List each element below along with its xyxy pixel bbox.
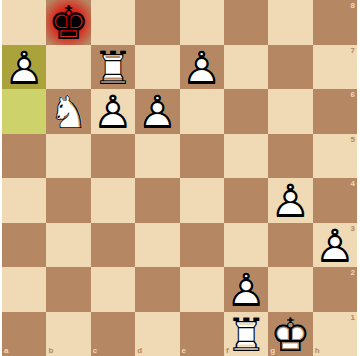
square-f7[interactable] [224, 45, 268, 90]
white-rook-outline: ♖ [91, 46, 135, 91]
square-e8[interactable] [180, 0, 224, 45]
square-g2[interactable] [268, 267, 312, 312]
coord-file-a: a [4, 346, 8, 355]
square-h6[interactable]: 6 [313, 89, 357, 134]
square-d5[interactable] [135, 134, 179, 179]
square-g8[interactable] [268, 0, 312, 45]
square-f4[interactable] [224, 178, 268, 223]
white-pawn-outline: ♙ [268, 179, 312, 224]
square-f2[interactable]: ♟♙ [224, 267, 268, 312]
square-c4[interactable] [91, 178, 135, 223]
white-rook-outline: ♖ [224, 313, 268, 356]
coord-file-h: h [315, 346, 320, 355]
square-c7[interactable]: ♜♖ [91, 45, 135, 90]
white-pawn-outline: ♙ [135, 90, 179, 135]
square-c8[interactable] [91, 0, 135, 45]
coord-file-g: g [270, 346, 275, 355]
square-f3[interactable] [224, 223, 268, 268]
white-pawn[interactable]: ♟♙ [91, 89, 135, 134]
square-a3[interactable] [2, 223, 46, 268]
square-f5[interactable] [224, 134, 268, 179]
square-d6[interactable]: ♟♙ [135, 89, 179, 134]
square-b1[interactable]: b [46, 312, 90, 356]
square-h4[interactable]: 4 [313, 178, 357, 223]
square-c2[interactable] [91, 267, 135, 312]
square-g1[interactable]: ♚♔g [268, 312, 312, 356]
white-pawn-outline: ♙ [2, 46, 46, 91]
square-g4[interactable]: ♟♙ [268, 178, 312, 223]
coord-rank-3: 3 [351, 224, 355, 233]
square-h1[interactable]: 1h [313, 312, 357, 356]
coord-rank-8: 8 [351, 1, 355, 10]
page: ♚8♟♙♜♖♟♙7♞♘♟♙♟♙65♟♙4♟♙3♟♙2abcde♜♖f♚♔g1h [0, 0, 360, 356]
square-f6[interactable] [224, 89, 268, 134]
square-d8[interactable] [135, 0, 179, 45]
square-e3[interactable] [180, 223, 224, 268]
square-a2[interactable] [2, 267, 46, 312]
square-a8[interactable] [2, 0, 46, 45]
square-b5[interactable] [46, 134, 90, 179]
white-knight-outline: ♘ [46, 90, 90, 135]
square-g5[interactable] [268, 134, 312, 179]
white-pawn[interactable]: ♟♙ [180, 45, 224, 90]
coord-rank-5: 5 [351, 135, 355, 144]
square-h7[interactable]: 7 [313, 45, 357, 90]
coord-file-b: b [48, 346, 53, 355]
square-d4[interactable] [135, 178, 179, 223]
square-a4[interactable] [2, 178, 46, 223]
white-pawn-outline: ♙ [91, 90, 135, 135]
square-h3[interactable]: ♟♙3 [313, 223, 357, 268]
coord-rank-2: 2 [351, 268, 355, 277]
square-g7[interactable] [268, 45, 312, 90]
square-b4[interactable] [46, 178, 90, 223]
coord-file-d: d [137, 346, 142, 355]
coord-file-f: f [226, 346, 229, 355]
square-c1[interactable]: c [91, 312, 135, 356]
square-f8[interactable] [224, 0, 268, 45]
square-c3[interactable] [91, 223, 135, 268]
square-c6[interactable]: ♟♙ [91, 89, 135, 134]
white-pawn[interactable]: ♟♙ [135, 89, 179, 134]
square-e6[interactable] [180, 89, 224, 134]
coord-file-e: e [182, 346, 186, 355]
square-a1[interactable]: a [2, 312, 46, 356]
chess-board: ♚8♟♙♜♖♟♙7♞♘♟♙♟♙65♟♙4♟♙3♟♙2abcde♜♖f♚♔g1h [2, 0, 357, 356]
square-d2[interactable] [135, 267, 179, 312]
square-b7[interactable] [46, 45, 90, 90]
square-e4[interactable] [180, 178, 224, 223]
square-d1[interactable]: d [135, 312, 179, 356]
coord-rank-7: 7 [351, 46, 355, 55]
square-b8[interactable]: ♚ [46, 0, 90, 45]
white-pawn[interactable]: ♟♙ [2, 45, 46, 90]
coord-file-c: c [93, 346, 97, 355]
coord-rank-6: 6 [351, 90, 355, 99]
square-h8[interactable]: 8 [313, 0, 357, 45]
square-e5[interactable] [180, 134, 224, 179]
square-b2[interactable] [46, 267, 90, 312]
white-rook[interactable]: ♜♖ [91, 45, 135, 90]
square-a7[interactable]: ♟♙ [2, 45, 46, 90]
square-b6[interactable]: ♞♘ [46, 89, 90, 134]
square-f1[interactable]: ♜♖f [224, 312, 268, 356]
white-rook[interactable]: ♜♖ [224, 312, 268, 356]
square-e1[interactable]: e [180, 312, 224, 356]
white-pawn[interactable]: ♟♙ [268, 178, 312, 223]
coord-rank-4: 4 [351, 179, 355, 188]
square-a5[interactable] [2, 134, 46, 179]
white-pawn-outline: ♙ [180, 46, 224, 91]
coord-rank-1: 1 [351, 313, 355, 322]
black-king[interactable]: ♚ [46, 0, 90, 45]
square-b3[interactable] [46, 223, 90, 268]
square-e2[interactable] [180, 267, 224, 312]
white-knight[interactable]: ♞♘ [46, 89, 90, 134]
white-pawn-outline: ♙ [224, 268, 268, 313]
square-e7[interactable]: ♟♙ [180, 45, 224, 90]
square-d3[interactable] [135, 223, 179, 268]
white-pawn[interactable]: ♟♙ [224, 267, 268, 312]
square-g3[interactable] [268, 223, 312, 268]
square-d7[interactable] [135, 45, 179, 90]
square-h5[interactable]: 5 [313, 134, 357, 179]
square-h2[interactable]: 2 [313, 267, 357, 312]
square-a6[interactable] [2, 89, 46, 134]
square-g6[interactable] [268, 89, 312, 134]
black-king-body: ♚ [46, 1, 90, 46]
square-c5[interactable] [91, 134, 135, 179]
